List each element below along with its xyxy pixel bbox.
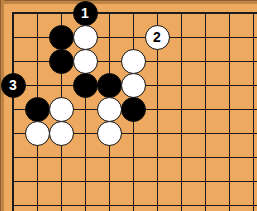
- point-B1[interactable]: [25, 1, 49, 25]
- point-E9[interactable]: [97, 193, 121, 211]
- point-K8[interactable]: [241, 169, 257, 193]
- point-B6[interactable]: [25, 121, 49, 145]
- point-E1[interactable]: [97, 1, 121, 25]
- point-H3[interactable]: [169, 49, 193, 73]
- point-H1[interactable]: [169, 1, 193, 25]
- point-B9[interactable]: [25, 193, 49, 211]
- point-C9[interactable]: [49, 193, 73, 211]
- point-H8[interactable]: [169, 169, 193, 193]
- point-I6[interactable]: [193, 121, 217, 145]
- point-G2[interactable]: 2: [145, 25, 169, 49]
- point-C2[interactable]: [49, 25, 73, 49]
- white-stone-E6[interactable]: [97, 121, 122, 146]
- point-B8[interactable]: [25, 169, 49, 193]
- point-C5[interactable]: [49, 97, 73, 121]
- move-number-label: 3: [9, 78, 17, 92]
- point-A2[interactable]: [1, 25, 25, 49]
- point-A5[interactable]: [1, 97, 25, 121]
- white-stone-F4[interactable]: [121, 73, 146, 98]
- point-A1[interactable]: [1, 1, 25, 25]
- white-stone-C6[interactable]: [49, 121, 74, 146]
- point-A6[interactable]: [1, 121, 25, 145]
- black-stone-B5[interactable]: [25, 97, 50, 122]
- black-stone-E4[interactable]: [97, 73, 122, 98]
- white-stone-F3[interactable]: [121, 49, 146, 74]
- black-stone-C3[interactable]: [49, 49, 74, 74]
- white-stone-C5[interactable]: [49, 97, 74, 122]
- goban-grid: 123: [1, 1, 257, 211]
- point-I3[interactable]: [193, 49, 217, 73]
- point-C1[interactable]: [49, 1, 73, 25]
- black-stone-D1[interactable]: 1: [73, 1, 98, 26]
- point-F2[interactable]: [121, 25, 145, 49]
- point-E5[interactable]: [97, 97, 121, 121]
- move-number-label: 2: [153, 30, 161, 44]
- point-J9[interactable]: [217, 193, 241, 211]
- point-I2[interactable]: [193, 25, 217, 49]
- point-D6[interactable]: [73, 121, 97, 145]
- white-stone-D2[interactable]: [73, 25, 98, 50]
- point-G5[interactable]: [145, 97, 169, 121]
- point-I4[interactable]: [193, 73, 217, 97]
- point-K5[interactable]: [241, 97, 257, 121]
- point-K6[interactable]: [241, 121, 257, 145]
- point-G3[interactable]: [145, 49, 169, 73]
- point-F5[interactable]: [121, 97, 145, 121]
- point-K1[interactable]: [241, 1, 257, 25]
- point-C3[interactable]: [49, 49, 73, 73]
- point-C4[interactable]: [49, 73, 73, 97]
- point-J4[interactable]: [217, 73, 241, 97]
- point-H5[interactable]: [169, 97, 193, 121]
- point-F3[interactable]: [121, 49, 145, 73]
- white-stone-B6[interactable]: [25, 121, 50, 146]
- point-I9[interactable]: [193, 193, 217, 211]
- point-B2[interactable]: [25, 25, 49, 49]
- point-D1[interactable]: 1: [73, 1, 97, 25]
- point-I8[interactable]: [193, 169, 217, 193]
- point-J2[interactable]: [217, 25, 241, 49]
- point-J3[interactable]: [217, 49, 241, 73]
- point-H6[interactable]: [169, 121, 193, 145]
- point-C7[interactable]: [49, 145, 73, 169]
- point-E3[interactable]: [97, 49, 121, 73]
- point-B7[interactable]: [25, 145, 49, 169]
- point-F4[interactable]: [121, 73, 145, 97]
- point-F1[interactable]: [121, 1, 145, 25]
- point-E7[interactable]: [97, 145, 121, 169]
- point-F6[interactable]: [121, 121, 145, 145]
- point-G4[interactable]: [145, 73, 169, 97]
- point-E2[interactable]: [97, 25, 121, 49]
- point-K7[interactable]: [241, 145, 257, 169]
- point-J5[interactable]: [217, 97, 241, 121]
- black-stone-F5[interactable]: [121, 97, 146, 122]
- point-K3[interactable]: [241, 49, 257, 73]
- point-J6[interactable]: [217, 121, 241, 145]
- point-D9[interactable]: [73, 193, 97, 211]
- point-H4[interactable]: [169, 73, 193, 97]
- point-H7[interactable]: [169, 145, 193, 169]
- point-E8[interactable]: [97, 169, 121, 193]
- point-B3[interactable]: [25, 49, 49, 73]
- point-A3[interactable]: [1, 49, 25, 73]
- point-K4[interactable]: [241, 73, 257, 97]
- point-J8[interactable]: [217, 169, 241, 193]
- point-E4[interactable]: [97, 73, 121, 97]
- point-H9[interactable]: [169, 193, 193, 211]
- point-G6[interactable]: [145, 121, 169, 145]
- point-C8[interactable]: [49, 169, 73, 193]
- point-D5[interactable]: [73, 97, 97, 121]
- white-stone-G2[interactable]: 2: [145, 25, 170, 50]
- point-I7[interactable]: [193, 145, 217, 169]
- point-A7[interactable]: [1, 145, 25, 169]
- point-I1[interactable]: [193, 1, 217, 25]
- point-J7[interactable]: [217, 145, 241, 169]
- white-stone-E5[interactable]: [97, 97, 122, 122]
- point-J1[interactable]: [217, 1, 241, 25]
- point-I5[interactable]: [193, 97, 217, 121]
- point-G8[interactable]: [145, 169, 169, 193]
- point-G1[interactable]: [145, 1, 169, 25]
- white-stone-D3[interactable]: [73, 49, 98, 74]
- go-board-diagram: 123: [0, 0, 257, 211]
- point-A4[interactable]: 3: [1, 73, 25, 97]
- point-K9[interactable]: [241, 193, 257, 211]
- point-F8[interactable]: [121, 169, 145, 193]
- point-D8[interactable]: [73, 169, 97, 193]
- black-stone-C2[interactable]: [49, 25, 74, 50]
- point-H2[interactable]: [169, 25, 193, 49]
- point-D2[interactable]: [73, 25, 97, 49]
- move-number-label: 1: [81, 6, 89, 20]
- point-A9[interactable]: [1, 193, 25, 211]
- point-F7[interactable]: [121, 145, 145, 169]
- point-D3[interactable]: [73, 49, 97, 73]
- point-D4[interactable]: [73, 73, 97, 97]
- point-A8[interactable]: [1, 169, 25, 193]
- point-E6[interactable]: [97, 121, 121, 145]
- point-F9[interactable]: [121, 193, 145, 211]
- point-C6[interactable]: [49, 121, 73, 145]
- point-K2[interactable]: [241, 25, 257, 49]
- point-D7[interactable]: [73, 145, 97, 169]
- point-B5[interactable]: [25, 97, 49, 121]
- black-stone-D4[interactable]: [73, 73, 98, 98]
- point-B4[interactable]: [25, 73, 49, 97]
- black-stone-A4[interactable]: 3: [1, 73, 26, 98]
- point-G7[interactable]: [145, 145, 169, 169]
- point-G9[interactable]: [145, 193, 169, 211]
